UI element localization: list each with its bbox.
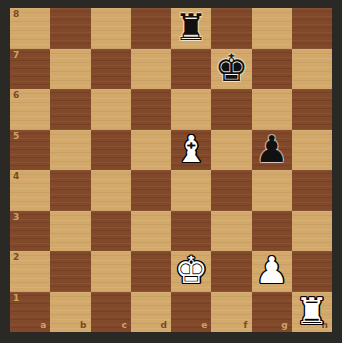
square-a3[interactable]: 3 [10, 211, 50, 252]
rank-label-5: 5 [13, 132, 19, 141]
board-frame: 8♜7♚65♝♟432♚♟1abcdefgh♜ [0, 0, 342, 343]
square-d6[interactable] [131, 89, 171, 130]
piece-black-rook[interactable]: ♜ [175, 8, 208, 48]
square-d4[interactable] [131, 170, 171, 211]
square-d2[interactable] [131, 251, 171, 292]
square-c8[interactable] [91, 8, 131, 49]
square-h6[interactable] [292, 89, 332, 130]
piece-white-bishop[interactable]: ♝ [175, 130, 208, 170]
square-c4[interactable] [91, 170, 131, 211]
file-label-d: d [161, 321, 167, 330]
square-e8[interactable]: ♜ [171, 8, 211, 49]
square-a5[interactable]: 5 [10, 130, 50, 171]
square-a2[interactable]: 2 [10, 251, 50, 292]
rank-label-7: 7 [13, 51, 19, 60]
square-a1[interactable]: 1a [10, 292, 50, 333]
square-b1[interactable]: b [50, 292, 90, 333]
square-b2[interactable] [50, 251, 90, 292]
square-d5[interactable] [131, 130, 171, 171]
square-a7[interactable]: 7 [10, 49, 50, 90]
square-c7[interactable] [91, 49, 131, 90]
piece-white-rook[interactable]: ♜ [295, 292, 328, 332]
square-g2[interactable]: ♟ [252, 251, 292, 292]
square-b3[interactable] [50, 211, 90, 252]
rank-label-8: 8 [13, 10, 19, 19]
square-e6[interactable] [171, 89, 211, 130]
rank-label-2: 2 [13, 253, 19, 262]
square-d1[interactable]: d [131, 292, 171, 333]
piece-black-king[interactable]: ♚ [215, 49, 248, 89]
square-g7[interactable] [252, 49, 292, 90]
piece-black-pawn[interactable]: ♟ [255, 130, 288, 170]
piece-white-king[interactable]: ♚ [175, 251, 208, 291]
square-g1[interactable]: g [252, 292, 292, 333]
rank-label-3: 3 [13, 213, 19, 222]
square-c3[interactable] [91, 211, 131, 252]
square-g6[interactable] [252, 89, 292, 130]
square-g3[interactable] [252, 211, 292, 252]
square-c1[interactable]: c [91, 292, 131, 333]
square-d7[interactable] [131, 49, 171, 90]
square-e3[interactable] [171, 211, 211, 252]
square-c2[interactable] [91, 251, 131, 292]
square-f7[interactable]: ♚ [211, 49, 251, 90]
square-h8[interactable] [292, 8, 332, 49]
square-b4[interactable] [50, 170, 90, 211]
square-b8[interactable] [50, 8, 90, 49]
square-f2[interactable] [211, 251, 251, 292]
square-h4[interactable] [292, 170, 332, 211]
square-a6[interactable]: 6 [10, 89, 50, 130]
square-a4[interactable]: 4 [10, 170, 50, 211]
square-h1[interactable]: h♜ [292, 292, 332, 333]
square-f8[interactable] [211, 8, 251, 49]
square-h7[interactable] [292, 49, 332, 90]
square-f4[interactable] [211, 170, 251, 211]
file-label-g: g [281, 321, 287, 330]
file-label-c: c [121, 321, 126, 330]
square-e4[interactable] [171, 170, 211, 211]
square-f1[interactable]: f [211, 292, 251, 333]
rank-label-1: 1 [13, 294, 19, 303]
square-g5[interactable]: ♟ [252, 130, 292, 171]
square-d8[interactable] [131, 8, 171, 49]
square-g4[interactable] [252, 170, 292, 211]
square-f3[interactable] [211, 211, 251, 252]
square-d3[interactable] [131, 211, 171, 252]
square-e1[interactable]: e [171, 292, 211, 333]
file-label-a: a [40, 321, 46, 330]
square-h3[interactable] [292, 211, 332, 252]
square-g8[interactable] [252, 8, 292, 49]
file-label-e: e [201, 321, 207, 330]
rank-label-4: 4 [13, 172, 19, 181]
square-a8[interactable]: 8 [10, 8, 50, 49]
file-label-b: b [80, 321, 86, 330]
rank-label-6: 6 [13, 91, 19, 100]
square-c6[interactable] [91, 89, 131, 130]
square-c5[interactable] [91, 130, 131, 171]
square-e5[interactable]: ♝ [171, 130, 211, 171]
square-h5[interactable] [292, 130, 332, 171]
piece-white-pawn[interactable]: ♟ [255, 251, 288, 291]
square-b6[interactable] [50, 89, 90, 130]
square-h2[interactable] [292, 251, 332, 292]
square-f5[interactable] [211, 130, 251, 171]
square-e2[interactable]: ♚ [171, 251, 211, 292]
square-b7[interactable] [50, 49, 90, 90]
file-label-f: f [244, 321, 248, 330]
chess-board: 8♜7♚65♝♟432♚♟1abcdefgh♜ [10, 8, 332, 332]
square-f6[interactable] [211, 89, 251, 130]
square-b5[interactable] [50, 130, 90, 171]
square-e7[interactable] [171, 49, 211, 90]
